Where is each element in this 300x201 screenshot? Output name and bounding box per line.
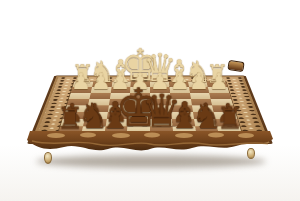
apron-carving xyxy=(26,131,274,167)
chess-board-grid: ♜♞♝♚♛♝♞♜♟♟♟♟♟♟♟♟♟♟♟♟♟♟♟♟♜♞♝♚♛♝♞♜ xyxy=(57,81,243,134)
piece-white-pawn[interactable]: ♟ xyxy=(91,71,111,92)
piece-white-pawn[interactable]: ♟ xyxy=(189,71,209,92)
piece-white-pawn[interactable]: ♟ xyxy=(209,71,229,92)
piece-black-knight[interactable]: ♞ xyxy=(77,100,108,133)
piece-black-knight[interactable]: ♞ xyxy=(192,100,223,133)
product-photo-canvas: ♜♞♝♚♛♝♞♜♟♟♟♟♟♟♟♟♟♟♟♟♟♟♟♟♜♞♝♚♛♝♞♜ xyxy=(0,0,300,201)
case-front-apron xyxy=(26,131,274,167)
side-clasp-knob xyxy=(227,60,244,72)
right-bone-peg xyxy=(247,148,255,159)
piece-white-pawn[interactable]: ♟ xyxy=(71,71,91,92)
left-bone-peg xyxy=(44,152,52,164)
